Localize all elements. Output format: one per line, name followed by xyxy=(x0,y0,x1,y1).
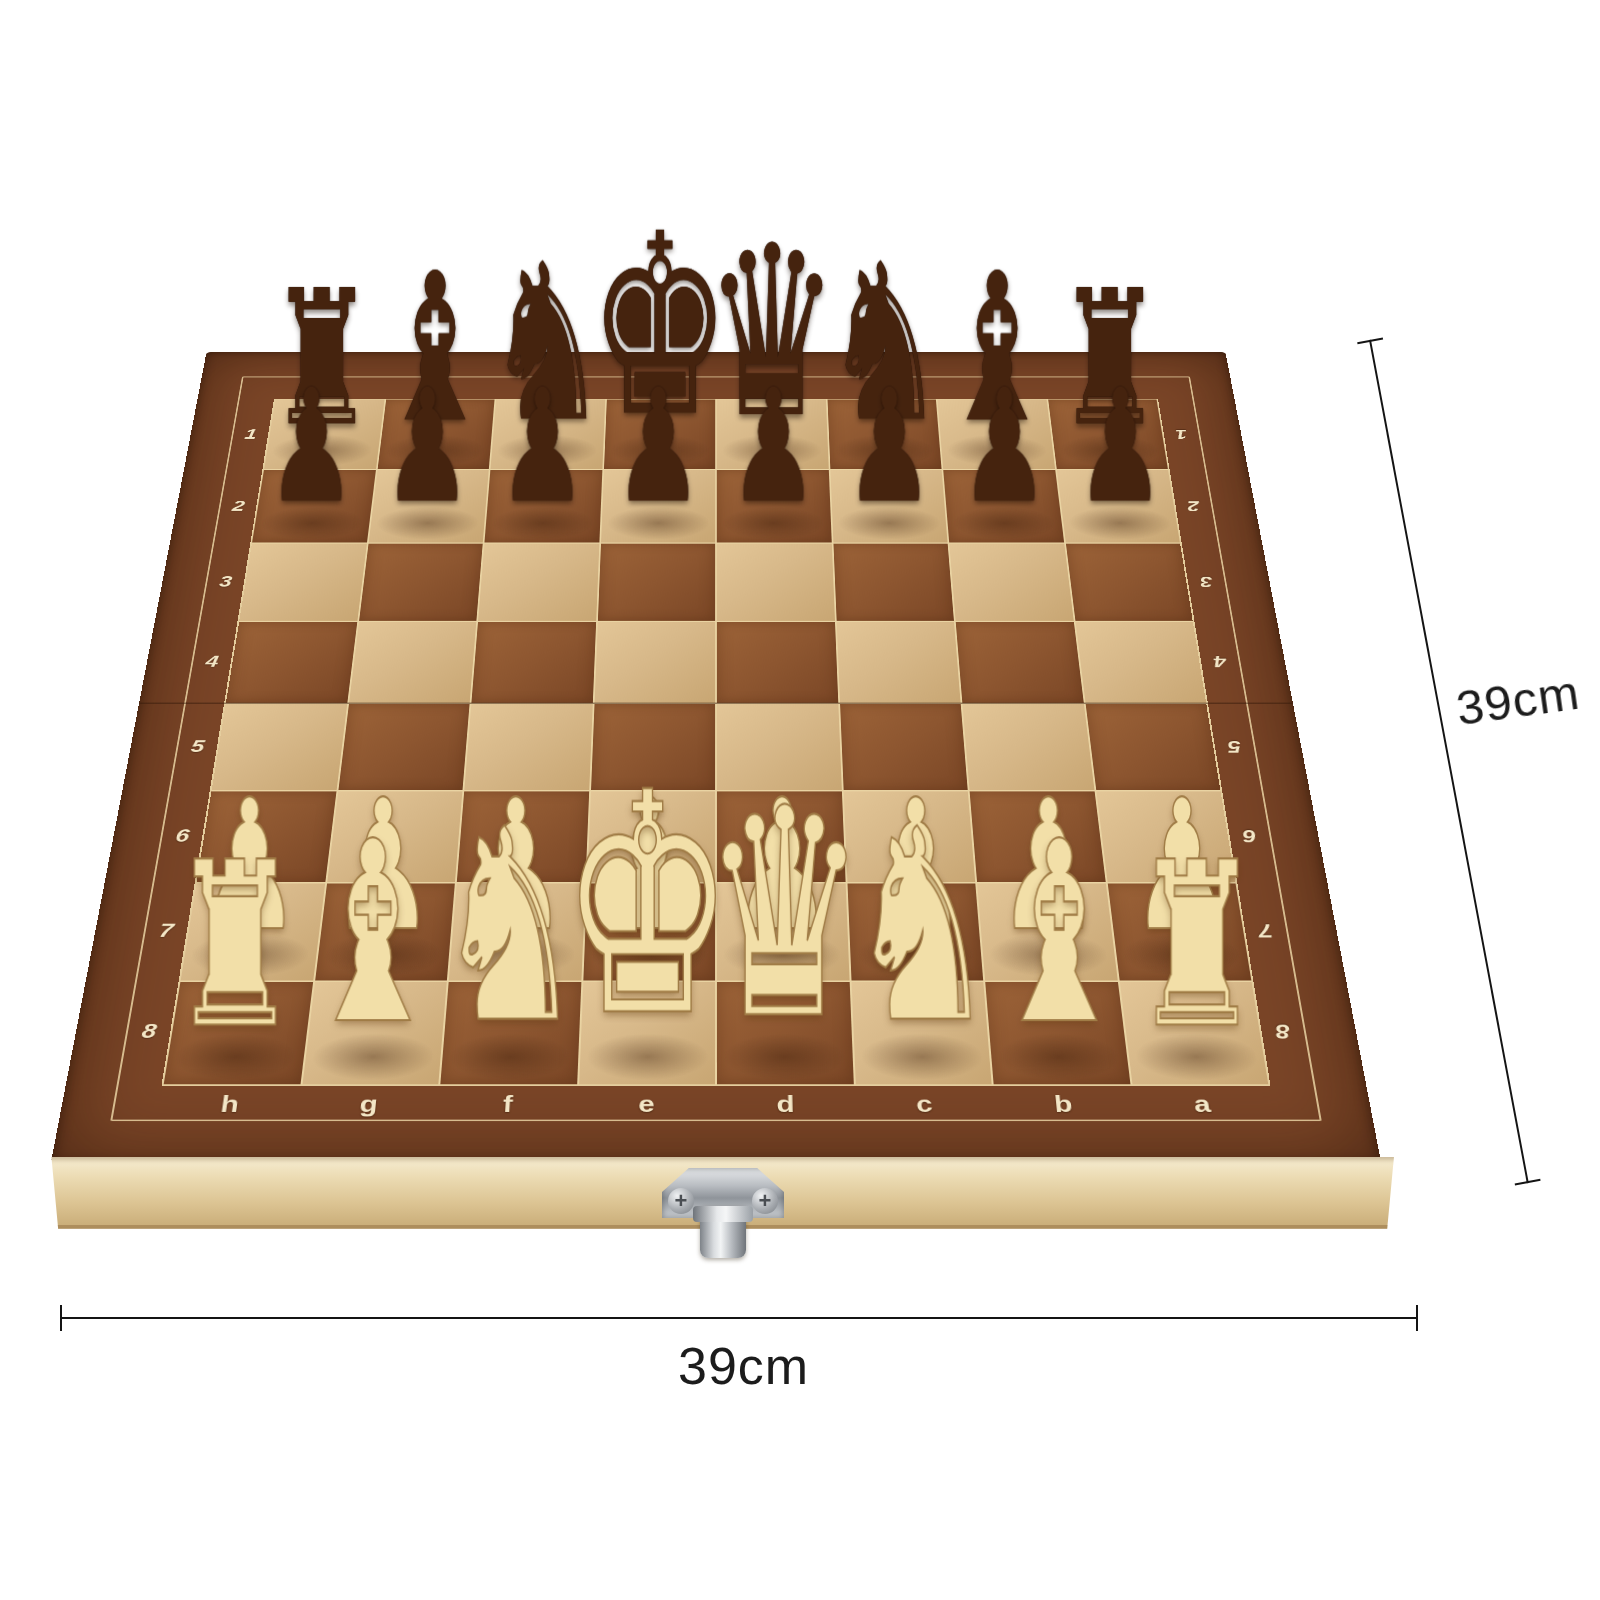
square-a8: ♜ xyxy=(1119,982,1268,1085)
fold-seam xyxy=(139,702,1293,704)
width-tick-left xyxy=(60,1305,62,1331)
square-d3 xyxy=(717,544,835,621)
width-dimension-label: 39cm xyxy=(678,1336,809,1396)
playing-area: ♜♝♞♚♛♞♝♜♟♟♟♟♟♟♟♟♟♟♟♟♟♟♟♟♜♝♞♚♛♞♝♜ xyxy=(164,399,1269,1084)
square-h4 xyxy=(226,622,357,703)
square-g4 xyxy=(349,622,477,703)
square-e3 xyxy=(597,544,715,621)
square-a2: ♟ xyxy=(1056,470,1179,543)
latch-knob xyxy=(700,1206,746,1258)
square-a4 xyxy=(1075,622,1206,703)
square-d4 xyxy=(717,622,838,703)
square-b4 xyxy=(956,622,1084,703)
rank-label-right-4: 4 xyxy=(1199,649,1241,675)
rank-label-left-4: 4 xyxy=(191,649,233,675)
square-a3 xyxy=(1066,544,1193,621)
width-dimension-line xyxy=(60,1317,1418,1319)
square-h3 xyxy=(239,544,366,621)
chess-board: ♜♝♞♚♛♞♝♜♟♟♟♟♟♟♟♟♟♟♟♟♟♟♟♟♜♝♞♚♛♞♝♜ 1122334… xyxy=(51,352,1381,1162)
latch-screw-right: + xyxy=(752,1188,778,1214)
square-g3 xyxy=(359,544,483,621)
square-c3 xyxy=(833,544,954,621)
light-rook-a8: ♜ xyxy=(1055,832,1338,1059)
board-squares: ♜♝♞♚♛♞♝♜♟♟♟♟♟♟♟♟♟♟♟♟♟♟♟♟♜♝♞♚♛♞♝♜ xyxy=(164,399,1269,1084)
square-f3 xyxy=(478,544,599,621)
latch-screw-left: + xyxy=(668,1188,694,1214)
square-e4 xyxy=(594,622,715,703)
square-c4 xyxy=(836,622,960,703)
width-tick-right xyxy=(1416,1305,1418,1331)
product-photo-canvas: ♜♝♞♚♛♞♝♜♟♟♟♟♟♟♟♟♟♟♟♟♟♟♟♟♜♝♞♚♛♞♝♜ 1122334… xyxy=(0,0,1600,1600)
square-b3 xyxy=(949,544,1073,621)
square-f4 xyxy=(471,622,595,703)
dark-pawn-a2: ♟ xyxy=(1001,368,1239,525)
